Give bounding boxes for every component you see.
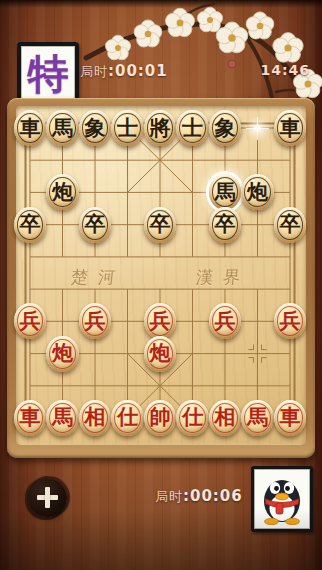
opponent-game-clock: 局时:00:01 [80, 62, 168, 80]
xiangqi-board[interactable]: 楚河 漢界 車馬象士將士象車炮馬炮卒卒卒卒卒兵兵兵兵兵炮炮車馬相仕帥仕相馬車 [7, 98, 315, 458]
board-point[interactable] [111, 337, 144, 369]
piece-glyph: 象 [85, 117, 106, 138]
piece-black[interactable]: 車 [274, 110, 307, 146]
player-game-clock: 局时:00:06 [155, 487, 243, 505]
piece-red[interactable]: 兵 [79, 303, 112, 339]
piece-glyph: 仕 [117, 406, 138, 427]
board-point[interactable] [14, 176, 47, 208]
board-point[interactable] [144, 144, 177, 176]
status-bar-time: 14:46 [260, 62, 310, 78]
board-point[interactable] [111, 305, 144, 337]
piece-glyph: 士 [117, 117, 138, 138]
board-point[interactable]: 卒 [14, 209, 47, 241]
piece-glyph: 卒 [280, 213, 301, 234]
piece-red[interactable]: 兵 [144, 303, 177, 339]
piece-glyph: 將 [150, 117, 171, 138]
piece-black[interactable]: 炮 [241, 174, 274, 210]
board-point[interactable] [176, 337, 209, 369]
board-point[interactable] [176, 305, 209, 337]
board-point[interactable] [241, 241, 274, 273]
piece-red[interactable]: 馬 [46, 400, 79, 436]
board-point[interactable]: 炮 [46, 337, 79, 369]
board-point[interactable] [209, 337, 242, 369]
board-point[interactable] [46, 241, 79, 273]
board-point[interactable] [274, 144, 307, 176]
piece-black[interactable]: 卒 [14, 207, 47, 243]
board-point[interactable] [274, 241, 307, 273]
board-point[interactable]: 士 [111, 112, 144, 144]
board-point[interactable] [144, 370, 177, 402]
board-point[interactable] [176, 176, 209, 208]
piece-red[interactable]: 馬 [241, 400, 274, 436]
board-point[interactable]: 馬 [46, 112, 79, 144]
piece-red[interactable]: 車 [274, 400, 307, 436]
board-point[interactable] [14, 337, 47, 369]
piece-black[interactable]: 車 [14, 110, 47, 146]
clock-value: 00:01 [115, 62, 168, 80]
piece-glyph: 兵 [150, 310, 171, 331]
rank-badge-label: 特 [28, 54, 69, 95]
board-point[interactable]: 士 [176, 112, 209, 144]
xiangqi-app-screen: 特 局时:00:01 14:46 楚河 漢界 車馬象士將士象車炮馬炮卒卒卒卒卒兵… [0, 0, 322, 570]
board-point[interactable]: 車 [14, 112, 47, 144]
board-point[interactable] [14, 273, 47, 305]
board-point[interactable] [111, 209, 144, 241]
piece-glyph: 炮 [52, 181, 73, 202]
board-point[interactable]: 車 [14, 402, 47, 434]
piece-red[interactable]: 兵 [274, 303, 307, 339]
board-point[interactable] [46, 144, 79, 176]
board-point[interactable]: 兵 [209, 305, 242, 337]
piece-black[interactable]: 卒 [144, 207, 177, 243]
piece-glyph: 車 [280, 406, 301, 427]
piece-glyph: 馬 [52, 406, 73, 427]
piece-glyph: 兵 [85, 310, 106, 331]
board-point[interactable]: 將 [144, 112, 177, 144]
board-point[interactable] [176, 241, 209, 273]
piece-glyph: 士 [182, 117, 203, 138]
board-point[interactable] [241, 370, 274, 402]
board-point[interactable]: 馬 [241, 402, 274, 434]
clock-value: 00:06 [190, 487, 243, 505]
board-point[interactable] [79, 370, 112, 402]
board-point[interactable]: 象 [79, 112, 112, 144]
board-points: 車馬象士將士象車炮馬炮卒卒卒卒卒兵兵兵兵兵炮炮車馬相仕帥仕相馬車 [14, 112, 307, 434]
piece-glyph: 象 [215, 117, 236, 138]
board-point[interactable]: 兵 [144, 305, 177, 337]
piece-red[interactable]: 炮 [144, 336, 177, 372]
board-point[interactable] [111, 176, 144, 208]
piece-glyph: 炮 [247, 181, 268, 202]
board-point[interactable] [14, 370, 47, 402]
piece-glyph: 馬 [215, 181, 236, 202]
piece-glyph: 卒 [215, 213, 236, 234]
board-point[interactable]: 兵 [274, 305, 307, 337]
piece-black[interactable]: 象 [209, 110, 242, 146]
board-point[interactable] [274, 370, 307, 402]
piece-glyph: 車 [20, 406, 41, 427]
piece-glyph: 相 [85, 406, 106, 427]
board-point[interactable] [176, 273, 209, 305]
piece-glyph: 仕 [182, 406, 203, 427]
piece-glyph: 兵 [280, 310, 301, 331]
piece-glyph: 車 [20, 117, 41, 138]
board-point[interactable] [241, 273, 274, 305]
board-point[interactable] [79, 337, 112, 369]
board-point[interactable]: 炮 [144, 337, 177, 369]
piece-red[interactable]: 炮 [46, 336, 79, 372]
piece-glyph: 馬 [247, 406, 268, 427]
board-point[interactable]: 馬 [46, 402, 79, 434]
board-point[interactable]: 馬 [209, 176, 242, 208]
board-point[interactable] [144, 273, 177, 305]
board-point[interactable] [274, 337, 307, 369]
bottom-shade [0, 510, 322, 570]
board-point[interactable] [209, 273, 242, 305]
board-point[interactable] [46, 370, 79, 402]
piece-red[interactable]: 相 [79, 400, 112, 436]
piece-black[interactable]: 卒 [79, 207, 112, 243]
board-point[interactable] [176, 209, 209, 241]
piece-glyph: 卒 [85, 213, 106, 234]
board-point[interactable]: 卒 [144, 209, 177, 241]
board-point[interactable]: 帥 [144, 402, 177, 434]
piece-glyph: 兵 [215, 310, 236, 331]
piece-glyph: 卒 [20, 213, 41, 234]
clock-label: 局时 [80, 63, 108, 81]
piece-glyph: 車 [280, 117, 301, 138]
piece-black[interactable]: 士 [111, 110, 144, 146]
piece-red[interactable]: 仕 [176, 400, 209, 436]
board-point[interactable] [111, 273, 144, 305]
board-point[interactable]: 車 [274, 402, 307, 434]
board-point[interactable]: 相 [79, 402, 112, 434]
board-point[interactable] [176, 370, 209, 402]
board-point[interactable] [79, 144, 112, 176]
board-point[interactable] [209, 241, 242, 273]
piece-glyph: 炮 [150, 342, 171, 363]
board-point[interactable] [241, 305, 274, 337]
board-point[interactable] [241, 144, 274, 176]
board-point[interactable] [79, 241, 112, 273]
board-point[interactable]: 卒 [209, 209, 242, 241]
piece-glyph: 相 [215, 406, 236, 427]
board-point[interactable] [176, 144, 209, 176]
board-point[interactable] [79, 176, 112, 208]
piece-black[interactable]: 卒 [209, 207, 242, 243]
piece-red[interactable]: 兵 [209, 303, 242, 339]
board-point[interactable] [79, 273, 112, 305]
piece-red[interactable]: 仕 [111, 400, 144, 436]
board-point[interactable]: 炮 [241, 176, 274, 208]
piece-glyph: 帥 [150, 406, 171, 427]
board-point[interactable]: 車 [274, 112, 307, 144]
board-point[interactable]: 卒 [79, 209, 112, 241]
board-point[interactable] [46, 209, 79, 241]
board-point[interactable] [209, 144, 242, 176]
board-point[interactable] [209, 370, 242, 402]
piece-red[interactable]: 車 [14, 400, 47, 436]
board-point[interactable]: 炮 [46, 176, 79, 208]
board-point[interactable] [144, 241, 177, 273]
board-point[interactable] [111, 144, 144, 176]
board-point[interactable] [46, 305, 79, 337]
piece-glyph: 兵 [20, 310, 41, 331]
board-point[interactable]: 相 [209, 402, 242, 434]
piece-black[interactable]: 將 [144, 110, 177, 146]
board-point[interactable] [274, 176, 307, 208]
board-point[interactable] [241, 337, 274, 369]
board-point[interactable]: 兵 [14, 305, 47, 337]
board-point[interactable]: 象 [209, 112, 242, 144]
board-point[interactable]: 仕 [176, 402, 209, 434]
board-point[interactable] [111, 241, 144, 273]
board-point[interactable]: 卒 [274, 209, 307, 241]
piece-black[interactable]: 士 [176, 110, 209, 146]
board-point[interactable] [14, 144, 47, 176]
board-point[interactable] [46, 273, 79, 305]
piece-black[interactable]: 卒 [274, 207, 307, 243]
piece-red[interactable]: 相 [209, 400, 242, 436]
piece-red[interactable]: 兵 [14, 303, 47, 339]
board-point[interactable]: 仕 [111, 402, 144, 434]
clock-label: 局时 [155, 488, 183, 506]
piece-black[interactable]: 象 [79, 110, 112, 146]
board-point[interactable] [111, 370, 144, 402]
piece-glyph: 馬 [52, 117, 73, 138]
board-point[interactable] [241, 112, 274, 144]
piece-black[interactable]: 炮 [46, 174, 79, 210]
board-point[interactable]: 兵 [79, 305, 112, 337]
board-point[interactable] [14, 241, 47, 273]
board-point[interactable] [241, 209, 274, 241]
board-point[interactable] [274, 273, 307, 305]
last-move-origin-marker [253, 124, 262, 133]
piece-black[interactable]: 馬 [46, 110, 79, 146]
piece-glyph: 炮 [52, 342, 73, 363]
piece-glyph: 卒 [150, 213, 171, 234]
board-point[interactable] [144, 176, 177, 208]
piece-black[interactable]: 馬 [209, 174, 242, 210]
piece-red[interactable]: 帥 [144, 400, 177, 436]
